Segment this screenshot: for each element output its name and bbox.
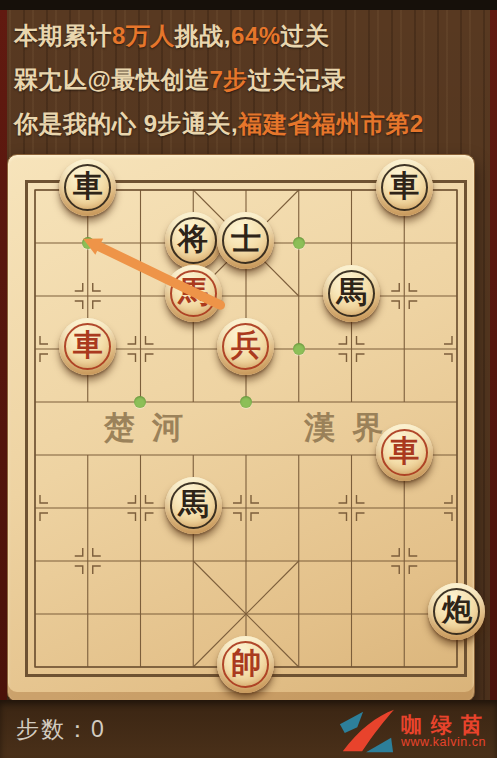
watermark-url: www.kalvin.cn xyxy=(401,736,486,750)
bottom-bar: 步数：0 咖绿茵 www.kalvin.cn xyxy=(0,700,497,758)
legal-move-dot[interactable] xyxy=(134,396,146,408)
banner-text-segment: 本期累计 xyxy=(14,22,112,49)
piece-character: 炮 xyxy=(442,595,472,625)
banner-text-segment: 福建省福州市第2 xyxy=(238,110,423,137)
piece-character: 馬 xyxy=(336,277,366,307)
step-counter-label: 步数： xyxy=(16,716,91,742)
piece-black-chariot[interactable]: 車 xyxy=(376,159,433,216)
banner-text-segment: 过关 xyxy=(281,22,330,49)
banner-line-record-holder: 槑冘亾@最快创造7步过关记录 xyxy=(14,58,489,102)
banner-line-challenge-stats: 本期累计8万人挑战,64%过关 xyxy=(14,14,489,58)
piece-character: 帥 xyxy=(231,648,261,678)
banner-text-segment: 7步 xyxy=(209,66,247,93)
banner-line-regional-rank: 你是我的心 9步通关,福建省福州市第2 xyxy=(14,102,489,146)
piece-black-general[interactable]: 将 xyxy=(165,212,222,269)
piece-character: 車 xyxy=(73,171,103,201)
banner-text-segment: 你是我的心 9步通关, xyxy=(14,110,238,137)
piece-character: 車 xyxy=(73,330,103,360)
piece-character: 兵 xyxy=(231,330,261,360)
legal-move-dot[interactable] xyxy=(240,396,252,408)
piece-red-chariot[interactable]: 車 xyxy=(59,318,116,375)
watermark-name: 咖绿茵 xyxy=(401,713,491,736)
piece-character: 車 xyxy=(389,436,419,466)
piece-character: 馬 xyxy=(178,489,208,519)
piece-black-cannon[interactable]: 炮 xyxy=(428,583,485,640)
legal-move-dot[interactable] xyxy=(82,237,94,249)
piece-black-horse[interactable]: 馬 xyxy=(323,265,380,322)
piece-character: 車 xyxy=(389,171,419,201)
banner-text-segment: 挑战, xyxy=(175,22,231,49)
step-counter: 步数：0 xyxy=(16,714,106,745)
board-grid[interactable]: 車車将士馬馬車兵車馬炮帥 xyxy=(9,164,484,694)
piece-red-king[interactable]: 帥 xyxy=(217,636,274,693)
piece-character: 馬 xyxy=(178,277,208,307)
piece-character: 将 xyxy=(178,224,208,254)
legal-move-dot[interactable] xyxy=(293,343,305,355)
right-edge-strip xyxy=(490,10,497,700)
kalvin-logo-icon xyxy=(337,708,395,754)
banner-text-segment: 64% xyxy=(231,22,281,49)
legal-move-dot[interactable] xyxy=(293,237,305,249)
step-counter-value: 0 xyxy=(91,716,106,742)
piece-red-chariot[interactable]: 車 xyxy=(376,424,433,481)
piece-black-advisor[interactable]: 士 xyxy=(217,212,274,269)
piece-red-soldier[interactable]: 兵 xyxy=(217,318,274,375)
banner-text-segment: 过关记录 xyxy=(248,66,346,93)
watermark-logo: 咖绿茵 www.kalvin.cn xyxy=(337,708,491,754)
piece-red-horse[interactable]: 馬 xyxy=(165,265,222,322)
piece-black-horse[interactable]: 馬 xyxy=(165,477,222,534)
event-stats-banner: 本期累计8万人挑战,64%过关 槑冘亾@最快创造7步过关记录 你是我的心 9步通… xyxy=(14,14,489,146)
banner-text-segment: 槑冘亾@最快创造 xyxy=(14,66,209,93)
top-strip xyxy=(0,0,497,10)
banner-text-segment: 8万人 xyxy=(112,22,175,49)
piece-black-chariot[interactable]: 車 xyxy=(59,159,116,216)
piece-character: 士 xyxy=(231,224,261,254)
left-edge-strip xyxy=(0,10,7,700)
